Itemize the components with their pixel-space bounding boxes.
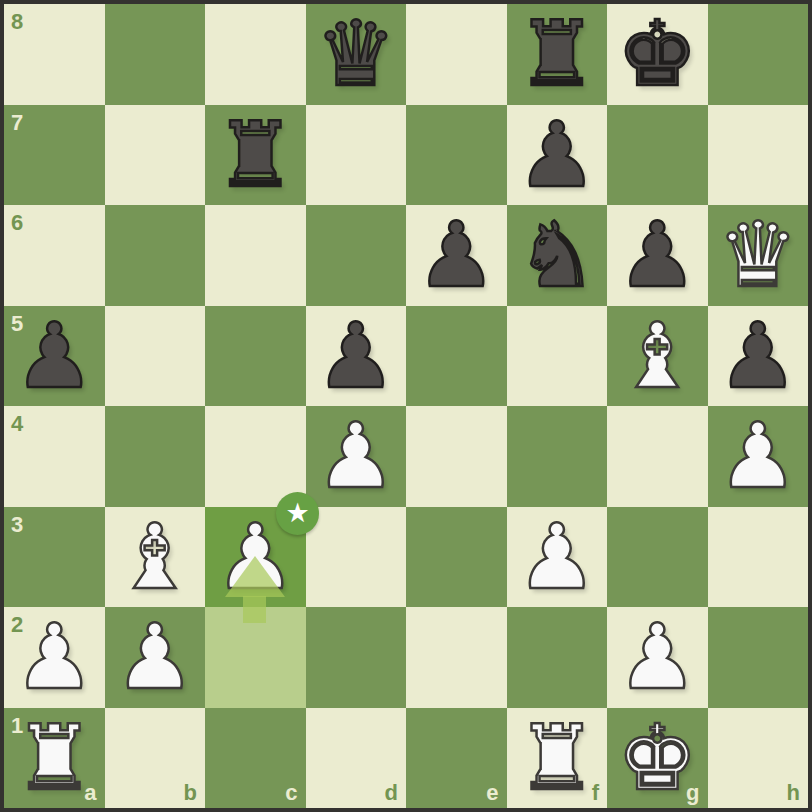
square-c6[interactable] [205,205,306,306]
square-d1[interactable]: d [306,708,407,809]
piece-black-pawn[interactable]: ♟ [416,210,497,300]
square-b4[interactable] [105,406,206,507]
square-c5[interactable] [205,306,306,407]
square-h7[interactable] [708,105,809,206]
square-c8[interactable] [205,4,306,105]
piece-black-rook[interactable]: ♜ [215,110,296,200]
square-e2[interactable] [406,607,507,708]
square-e3[interactable] [406,507,507,608]
piece-white-pawn[interactable]: ♟ [717,411,798,501]
rank-label-7: 7 [11,110,23,136]
square-f3[interactable]: ♟ [507,507,608,608]
square-h8[interactable] [708,4,809,105]
square-a1[interactable]: 1a♜ [4,708,105,809]
square-b1[interactable]: b [105,708,206,809]
square-e5[interactable] [406,306,507,407]
square-h5[interactable]: ♟ [708,306,809,407]
square-f4[interactable] [507,406,608,507]
piece-white-pawn[interactable]: ♟ [617,612,698,702]
piece-black-pawn[interactable]: ♟ [516,110,597,200]
square-e7[interactable] [406,105,507,206]
square-h1[interactable]: h [708,708,809,809]
square-c2[interactable] [205,607,306,708]
best-move-star-badge: ★ [276,492,319,535]
square-c7[interactable]: ♜ [205,105,306,206]
file-label-e: e [486,780,498,806]
square-g2[interactable]: ♟ [607,607,708,708]
square-g6[interactable]: ♟ [607,205,708,306]
rank-label-3: 3 [11,512,23,538]
square-f1[interactable]: f♜ [507,708,608,809]
square-h6[interactable]: ♛ [708,205,809,306]
square-d2[interactable] [306,607,407,708]
square-a8[interactable]: 8 [4,4,105,105]
square-h2[interactable] [708,607,809,708]
square-f7[interactable]: ♟ [507,105,608,206]
square-g3[interactable] [607,507,708,608]
file-label-c: c [285,780,297,806]
square-h4[interactable]: ♟ [708,406,809,507]
square-b2[interactable]: ♟ [105,607,206,708]
square-b3[interactable]: ♝ [105,507,206,608]
piece-white-pawn[interactable]: ♟ [114,612,195,702]
square-b8[interactable] [105,4,206,105]
square-b6[interactable] [105,205,206,306]
file-label-b: b [184,780,197,806]
square-b5[interactable] [105,306,206,407]
square-a7[interactable]: 7 [4,105,105,206]
star-icon: ★ [285,499,309,526]
square-a6[interactable]: 6 [4,205,105,306]
piece-black-knight[interactable]: ♞ [516,210,597,300]
piece-white-king[interactable]: ♚ [617,713,698,803]
piece-white-pawn[interactable]: ♟ [516,512,597,602]
square-d3[interactable] [306,507,407,608]
square-f6[interactable]: ♞ [507,205,608,306]
rank-label-4: 4 [11,411,23,437]
square-c1[interactable]: c [205,708,306,809]
square-e8[interactable] [406,4,507,105]
piece-black-rook[interactable]: ♜ [516,9,597,99]
piece-white-rook[interactable]: ♜ [516,713,597,803]
piece-white-pawn[interactable]: ♟ [315,411,396,501]
square-d5[interactable]: ♟ [306,306,407,407]
piece-black-pawn[interactable]: ♟ [717,311,798,401]
square-g5[interactable]: ♝ [607,306,708,407]
file-label-d: d [385,780,398,806]
piece-black-pawn[interactable]: ♟ [617,210,698,300]
piece-white-pawn[interactable]: ♟ [14,612,95,702]
square-g8[interactable]: ♚ [607,4,708,105]
square-a2[interactable]: 2♟ [4,607,105,708]
piece-white-queen[interactable]: ♛ [717,210,798,300]
square-f8[interactable]: ♜ [507,4,608,105]
square-e6[interactable]: ♟ [406,205,507,306]
square-f5[interactable] [507,306,608,407]
square-f2[interactable] [507,607,608,708]
piece-white-bishop[interactable]: ♝ [114,512,195,602]
square-e1[interactable]: e [406,708,507,809]
square-e4[interactable] [406,406,507,507]
rank-label-6: 6 [11,210,23,236]
square-d4[interactable]: ♟ [306,406,407,507]
square-a4[interactable]: 4 [4,406,105,507]
piece-black-pawn[interactable]: ♟ [14,311,95,401]
piece-white-rook[interactable]: ♜ [14,713,95,803]
chess-board: ★ 8♛♜♚7♜♟6♟♞♟♛5♟♟♝♟4♟♟3♝♟♟2♟♟♟1a♜bcdef♜g… [0,0,812,812]
piece-black-pawn[interactable]: ♟ [315,311,396,401]
square-h3[interactable] [708,507,809,608]
square-g4[interactable] [607,406,708,507]
square-g7[interactable] [607,105,708,206]
square-a5[interactable]: 5♟ [4,306,105,407]
square-d7[interactable] [306,105,407,206]
piece-black-queen[interactable]: ♛ [315,9,396,99]
square-d6[interactable] [306,205,407,306]
square-d8[interactable]: ♛ [306,4,407,105]
rank-label-8: 8 [11,9,23,35]
square-b7[interactable] [105,105,206,206]
square-g1[interactable]: g♚ [607,708,708,809]
file-label-h: h [787,780,800,806]
square-c4[interactable] [205,406,306,507]
piece-white-bishop[interactable]: ♝ [617,311,698,401]
piece-black-king[interactable]: ♚ [617,9,698,99]
square-a3[interactable]: 3 [4,507,105,608]
